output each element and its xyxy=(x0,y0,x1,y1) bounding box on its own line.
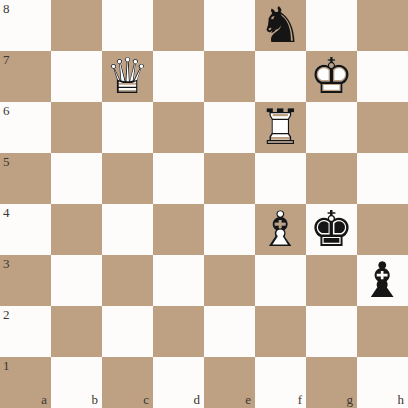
square-d7[interactable] xyxy=(153,51,204,102)
bishop-glyph: ♝ xyxy=(357,255,408,306)
square-a3[interactable] xyxy=(0,255,51,306)
square-c1[interactable] xyxy=(102,357,153,408)
square-b1[interactable] xyxy=(51,357,102,408)
queen-glyph-fill: ♛ xyxy=(102,51,153,102)
square-g6[interactable] xyxy=(306,102,357,153)
square-h7[interactable] xyxy=(357,51,408,102)
square-a4[interactable] xyxy=(0,204,51,255)
square-h8[interactable] xyxy=(357,0,408,51)
square-a1[interactable] xyxy=(0,357,51,408)
white-queen-c7[interactable]: ♛♕ xyxy=(102,51,153,102)
chess-board: ♞♛♕♚♔♜♖♝♗♚♝12345678abcdefgh xyxy=(0,0,408,408)
square-g7[interactable]: ♚♔ xyxy=(306,51,357,102)
square-d5[interactable] xyxy=(153,153,204,204)
square-b7[interactable] xyxy=(51,51,102,102)
bishop-glyph-fill: ♝ xyxy=(255,204,306,255)
square-g1[interactable] xyxy=(306,357,357,408)
square-h5[interactable] xyxy=(357,153,408,204)
bishop-glyph-outline: ♗ xyxy=(255,204,306,255)
square-a7[interactable] xyxy=(0,51,51,102)
square-d2[interactable] xyxy=(153,306,204,357)
square-h4[interactable] xyxy=(357,204,408,255)
square-f8[interactable]: ♞ xyxy=(255,0,306,51)
square-g3[interactable] xyxy=(306,255,357,306)
square-c7[interactable]: ♛♕ xyxy=(102,51,153,102)
square-c6[interactable] xyxy=(102,102,153,153)
white-rook-f6[interactable]: ♜♖ xyxy=(255,102,306,153)
square-f1[interactable] xyxy=(255,357,306,408)
square-c4[interactable] xyxy=(102,204,153,255)
square-g2[interactable] xyxy=(306,306,357,357)
square-g8[interactable] xyxy=(306,0,357,51)
king-glyph-fill: ♚ xyxy=(306,51,357,102)
queen-glyph-outline: ♕ xyxy=(102,51,153,102)
white-bishop-f4[interactable]: ♝♗ xyxy=(255,204,306,255)
square-a2[interactable] xyxy=(0,306,51,357)
square-b3[interactable] xyxy=(51,255,102,306)
square-b2[interactable] xyxy=(51,306,102,357)
king-glyph-outline: ♔ xyxy=(306,51,357,102)
square-f2[interactable] xyxy=(255,306,306,357)
square-h3[interactable]: ♝ xyxy=(357,255,408,306)
square-f5[interactable] xyxy=(255,153,306,204)
square-a6[interactable] xyxy=(0,102,51,153)
black-bishop-h3[interactable]: ♝ xyxy=(357,255,408,306)
square-b6[interactable] xyxy=(51,102,102,153)
square-c3[interactable] xyxy=(102,255,153,306)
rook-glyph-fill: ♜ xyxy=(255,102,306,153)
square-a5[interactable] xyxy=(0,153,51,204)
square-f7[interactable] xyxy=(255,51,306,102)
square-f6[interactable]: ♜♖ xyxy=(255,102,306,153)
square-d8[interactable] xyxy=(153,0,204,51)
square-e2[interactable] xyxy=(204,306,255,357)
square-f3[interactable] xyxy=(255,255,306,306)
rook-glyph-outline: ♖ xyxy=(255,102,306,153)
square-d3[interactable] xyxy=(153,255,204,306)
square-e1[interactable] xyxy=(204,357,255,408)
square-d6[interactable] xyxy=(153,102,204,153)
square-d1[interactable] xyxy=(153,357,204,408)
square-h6[interactable] xyxy=(357,102,408,153)
square-b8[interactable] xyxy=(51,0,102,51)
square-c2[interactable] xyxy=(102,306,153,357)
square-c8[interactable] xyxy=(102,0,153,51)
square-h2[interactable] xyxy=(357,306,408,357)
square-d4[interactable] xyxy=(153,204,204,255)
square-e5[interactable] xyxy=(204,153,255,204)
white-king-g7[interactable]: ♚♔ xyxy=(306,51,357,102)
square-e7[interactable] xyxy=(204,51,255,102)
square-g4[interactable]: ♚ xyxy=(306,204,357,255)
square-g5[interactable] xyxy=(306,153,357,204)
knight-glyph: ♞ xyxy=(255,0,306,51)
square-e4[interactable] xyxy=(204,204,255,255)
black-king-g4[interactable]: ♚ xyxy=(306,204,357,255)
square-e3[interactable] xyxy=(204,255,255,306)
square-e6[interactable] xyxy=(204,102,255,153)
square-a8[interactable] xyxy=(0,0,51,51)
square-c5[interactable] xyxy=(102,153,153,204)
square-h1[interactable] xyxy=(357,357,408,408)
black-knight-f8[interactable]: ♞ xyxy=(255,0,306,51)
king-glyph: ♚ xyxy=(306,204,357,255)
square-b4[interactable] xyxy=(51,204,102,255)
square-f4[interactable]: ♝♗ xyxy=(255,204,306,255)
square-e8[interactable] xyxy=(204,0,255,51)
square-b5[interactable] xyxy=(51,153,102,204)
